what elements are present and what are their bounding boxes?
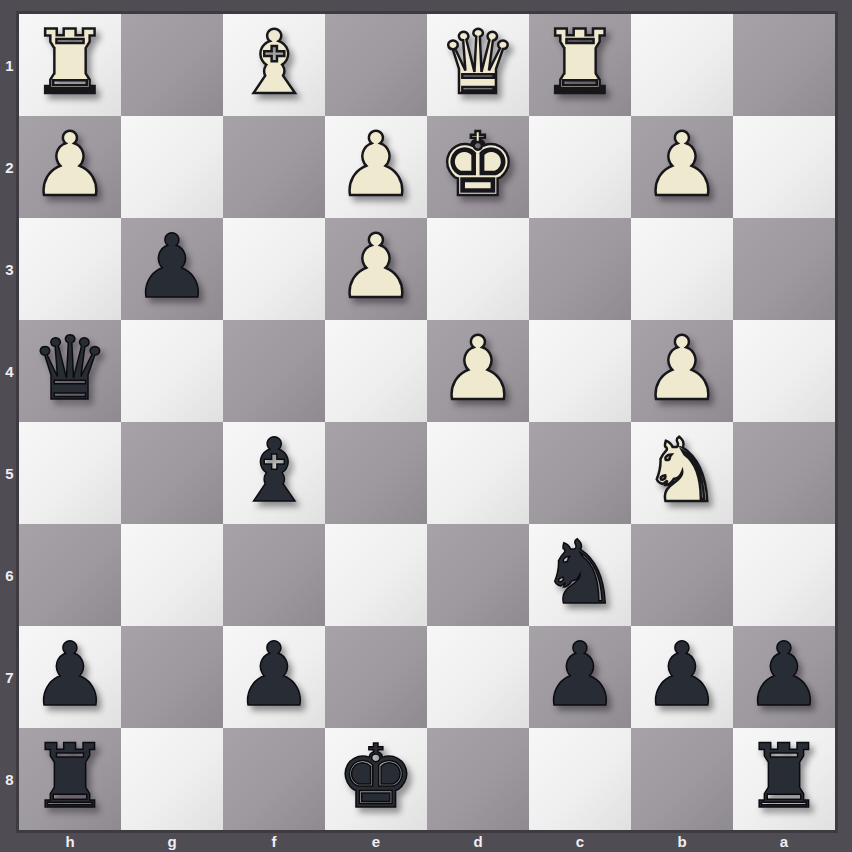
piece-white-king-d2[interactable]: ♚ (439, 121, 518, 209)
square-h3[interactable] (19, 218, 121, 320)
chess-board-frame: 12345678 ♜♝♛♜♟♟♚♟♟♟♛♟♟♝♞♞♟♟♟♟♟♜♚♜ hgfedc… (0, 0, 852, 852)
square-b5[interactable]: ♞ (631, 422, 733, 524)
square-f5[interactable]: ♝ (223, 422, 325, 524)
chess-board: ♜♝♛♜♟♟♚♟♟♟♛♟♟♝♞♞♟♟♟♟♟♜♚♜ (19, 14, 835, 830)
file-label-d: d (427, 831, 529, 852)
square-d7[interactable] (427, 626, 529, 728)
square-d6[interactable] (427, 524, 529, 626)
piece-black-pawn-c7[interactable]: ♟ (541, 631, 620, 719)
square-e8[interactable]: ♚ (325, 728, 427, 830)
square-c1[interactable]: ♜ (529, 14, 631, 116)
square-a2[interactable] (733, 116, 835, 218)
file-label-e: e (325, 831, 427, 852)
square-e4[interactable] (325, 320, 427, 422)
square-a1[interactable] (733, 14, 835, 116)
file-label-b: b (631, 831, 733, 852)
square-f3[interactable] (223, 218, 325, 320)
square-d1[interactable]: ♛ (427, 14, 529, 116)
square-d8[interactable] (427, 728, 529, 830)
piece-white-pawn-e2[interactable]: ♟ (337, 121, 416, 209)
piece-black-rook-h8[interactable]: ♜ (31, 733, 110, 821)
square-d3[interactable] (427, 218, 529, 320)
piece-black-rook-a8[interactable]: ♜ (745, 733, 824, 821)
file-labels: hgfedcba (19, 831, 835, 852)
square-b4[interactable]: ♟ (631, 320, 733, 422)
square-g6[interactable] (121, 524, 223, 626)
square-b1[interactable] (631, 14, 733, 116)
square-g5[interactable] (121, 422, 223, 524)
square-c4[interactable] (529, 320, 631, 422)
piece-black-pawn-h7[interactable]: ♟ (31, 631, 110, 719)
square-g4[interactable] (121, 320, 223, 422)
square-d4[interactable]: ♟ (427, 320, 529, 422)
square-g7[interactable] (121, 626, 223, 728)
rank-label-2: 2 (0, 116, 19, 218)
piece-black-bishop-f5[interactable]: ♝ (235, 427, 314, 515)
file-label-h: h (19, 831, 121, 852)
piece-white-pawn-b4[interactable]: ♟ (643, 325, 722, 413)
rank-label-3: 3 (0, 218, 19, 320)
piece-black-pawn-a7[interactable]: ♟ (745, 631, 824, 719)
square-h5[interactable] (19, 422, 121, 524)
square-h4[interactable]: ♛ (19, 320, 121, 422)
square-f1[interactable]: ♝ (223, 14, 325, 116)
piece-black-king-e8[interactable]: ♚ (337, 733, 416, 821)
square-e5[interactable] (325, 422, 427, 524)
file-label-f: f (223, 831, 325, 852)
file-label-a: a (733, 831, 835, 852)
piece-white-queen-d1[interactable]: ♛ (439, 19, 518, 107)
square-a3[interactable] (733, 218, 835, 320)
square-e7[interactable] (325, 626, 427, 728)
square-h8[interactable]: ♜ (19, 728, 121, 830)
square-g1[interactable] (121, 14, 223, 116)
square-h1[interactable]: ♜ (19, 14, 121, 116)
square-a6[interactable] (733, 524, 835, 626)
piece-white-pawn-b2[interactable]: ♟ (643, 121, 722, 209)
square-d5[interactable] (427, 422, 529, 524)
piece-black-pawn-g3[interactable]: ♟ (133, 223, 212, 311)
piece-white-pawn-d4[interactable]: ♟ (439, 325, 518, 413)
square-f7[interactable]: ♟ (223, 626, 325, 728)
square-f6[interactable] (223, 524, 325, 626)
square-h6[interactable] (19, 524, 121, 626)
piece-white-knight-b5[interactable]: ♞ (643, 427, 722, 515)
square-d2[interactable]: ♚ (427, 116, 529, 218)
rank-label-8: 8 (0, 728, 19, 830)
square-g3[interactable]: ♟ (121, 218, 223, 320)
square-b2[interactable]: ♟ (631, 116, 733, 218)
piece-white-rook-c1[interactable]: ♜ (541, 19, 620, 107)
square-e3[interactable]: ♟ (325, 218, 427, 320)
piece-white-pawn-h2[interactable]: ♟ (31, 121, 110, 209)
square-c8[interactable] (529, 728, 631, 830)
square-c5[interactable] (529, 422, 631, 524)
square-e2[interactable]: ♟ (325, 116, 427, 218)
square-e6[interactable] (325, 524, 427, 626)
file-label-g: g (121, 831, 223, 852)
square-h7[interactable]: ♟ (19, 626, 121, 728)
piece-black-pawn-f7[interactable]: ♟ (235, 631, 314, 719)
piece-white-rook-h1[interactable]: ♜ (31, 19, 110, 107)
square-e1[interactable] (325, 14, 427, 116)
square-h2[interactable]: ♟ (19, 116, 121, 218)
rank-label-5: 5 (0, 422, 19, 524)
rank-label-1: 1 (0, 14, 19, 116)
rank-label-4: 4 (0, 320, 19, 422)
piece-white-pawn-e3[interactable]: ♟ (337, 223, 416, 311)
piece-white-bishop-f1[interactable]: ♝ (235, 19, 314, 107)
square-c3[interactable] (529, 218, 631, 320)
piece-black-queen-h4[interactable]: ♛ (31, 325, 110, 413)
square-a8[interactable]: ♜ (733, 728, 835, 830)
piece-black-pawn-b7[interactable]: ♟ (643, 631, 722, 719)
square-c7[interactable]: ♟ (529, 626, 631, 728)
square-g8[interactable] (121, 728, 223, 830)
file-label-c: c (529, 831, 631, 852)
square-b3[interactable] (631, 218, 733, 320)
square-b6[interactable] (631, 524, 733, 626)
square-a5[interactable] (733, 422, 835, 524)
piece-black-knight-c6[interactable]: ♞ (541, 529, 620, 617)
rank-labels: 12345678 (0, 14, 19, 830)
square-g2[interactable] (121, 116, 223, 218)
square-a4[interactable] (733, 320, 835, 422)
square-a7[interactable]: ♟ (733, 626, 835, 728)
square-b8[interactable] (631, 728, 733, 830)
square-f4[interactable] (223, 320, 325, 422)
square-f2[interactable] (223, 116, 325, 218)
rank-label-6: 6 (0, 524, 19, 626)
square-f8[interactable] (223, 728, 325, 830)
square-c6[interactable]: ♞ (529, 524, 631, 626)
square-b7[interactable]: ♟ (631, 626, 733, 728)
square-c2[interactable] (529, 116, 631, 218)
rank-label-7: 7 (0, 626, 19, 728)
